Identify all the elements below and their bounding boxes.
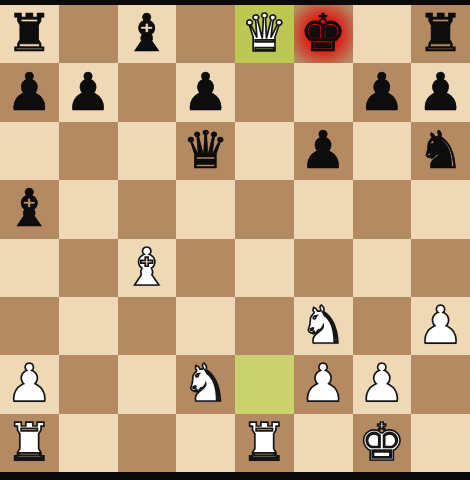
square-e2[interactable] — [235, 355, 294, 413]
square-h2[interactable] — [411, 355, 470, 413]
piece-black-pawn[interactable]: ♟ — [182, 66, 229, 118]
square-b7[interactable]: ♟ — [59, 63, 118, 121]
square-g7[interactable]: ♟ — [353, 63, 412, 121]
square-c7[interactable] — [118, 63, 177, 121]
square-c2[interactable] — [118, 355, 177, 413]
square-h4[interactable] — [411, 239, 470, 297]
square-h7[interactable]: ♟ — [411, 63, 470, 121]
square-b3[interactable] — [59, 297, 118, 355]
piece-black-pawn[interactable]: ♟ — [300, 124, 347, 176]
square-b2[interactable] — [59, 355, 118, 413]
piece-black-knight[interactable]: ♞ — [417, 124, 464, 176]
square-f2[interactable]: ♟ — [294, 355, 353, 413]
square-d1[interactable] — [176, 414, 235, 472]
square-b5[interactable] — [59, 180, 118, 238]
square-h6[interactable]: ♞ — [411, 122, 470, 180]
square-d3[interactable] — [176, 297, 235, 355]
square-d6[interactable]: ♛ — [176, 122, 235, 180]
piece-black-bishop[interactable]: ♝ — [124, 7, 171, 59]
piece-black-pawn[interactable]: ♟ — [65, 66, 112, 118]
square-d2[interactable]: ♞ — [176, 355, 235, 413]
square-f1[interactable] — [294, 414, 353, 472]
square-h3[interactable]: ♟ — [411, 297, 470, 355]
square-e3[interactable] — [235, 297, 294, 355]
square-g2[interactable]: ♟ — [353, 355, 412, 413]
piece-black-rook[interactable]: ♜ — [417, 7, 464, 59]
square-f7[interactable] — [294, 63, 353, 121]
square-c5[interactable] — [118, 180, 177, 238]
square-a3[interactable] — [0, 297, 59, 355]
square-g6[interactable] — [353, 122, 412, 180]
square-c8[interactable]: ♝ — [118, 5, 177, 63]
square-a2[interactable]: ♟ — [0, 355, 59, 413]
square-h8[interactable]: ♜ — [411, 5, 470, 63]
piece-white-knight[interactable]: ♞ — [300, 299, 347, 351]
piece-white-knight[interactable]: ♞ — [182, 357, 229, 409]
piece-white-pawn[interactable]: ♟ — [6, 357, 53, 409]
square-a6[interactable] — [0, 122, 59, 180]
piece-white-queen[interactable]: ♛ — [241, 7, 288, 59]
square-a4[interactable] — [0, 239, 59, 297]
square-e8[interactable]: ♛ — [235, 5, 294, 63]
square-g1[interactable]: ♚ — [353, 414, 412, 472]
piece-white-pawn[interactable]: ♟ — [359, 357, 406, 409]
square-h1[interactable] — [411, 414, 470, 472]
square-d4[interactable] — [176, 239, 235, 297]
square-d7[interactable]: ♟ — [176, 63, 235, 121]
square-e1[interactable]: ♜ — [235, 414, 294, 472]
square-a7[interactable]: ♟ — [0, 63, 59, 121]
piece-black-pawn[interactable]: ♟ — [417, 66, 464, 118]
square-a1[interactable]: ♜ — [0, 414, 59, 472]
square-e6[interactable] — [235, 122, 294, 180]
piece-white-pawn[interactable]: ♟ — [417, 299, 464, 351]
square-f5[interactable] — [294, 180, 353, 238]
bottom-bar — [0, 472, 470, 480]
square-c6[interactable] — [118, 122, 177, 180]
square-e5[interactable] — [235, 180, 294, 238]
piece-black-queen[interactable]: ♛ — [182, 124, 229, 176]
piece-white-rook[interactable]: ♜ — [6, 416, 53, 468]
square-b1[interactable] — [59, 414, 118, 472]
square-c4[interactable]: ♝ — [118, 239, 177, 297]
square-f3[interactable]: ♞ — [294, 297, 353, 355]
square-d8[interactable] — [176, 5, 235, 63]
square-f6[interactable]: ♟ — [294, 122, 353, 180]
piece-black-bishop[interactable]: ♝ — [6, 182, 53, 234]
square-b6[interactable] — [59, 122, 118, 180]
piece-white-pawn[interactable]: ♟ — [300, 357, 347, 409]
square-g8[interactable] — [353, 5, 412, 63]
square-g4[interactable] — [353, 239, 412, 297]
square-d5[interactable] — [176, 180, 235, 238]
piece-black-king[interactable]: ♚ — [300, 7, 347, 59]
square-c3[interactable] — [118, 297, 177, 355]
piece-black-pawn[interactable]: ♟ — [6, 66, 53, 118]
square-a5[interactable]: ♝ — [0, 180, 59, 238]
square-e4[interactable] — [235, 239, 294, 297]
square-h5[interactable] — [411, 180, 470, 238]
square-a8[interactable]: ♜ — [0, 5, 59, 63]
square-e7[interactable] — [235, 63, 294, 121]
square-f4[interactable] — [294, 239, 353, 297]
square-b8[interactable] — [59, 5, 118, 63]
piece-black-rook[interactable]: ♜ — [6, 7, 53, 59]
square-b4[interactable] — [59, 239, 118, 297]
square-g3[interactable] — [353, 297, 412, 355]
chess-board: ♜♝♛♚♜♟♟♟♟♟♛♟♞♝♝♞♟♟♞♟♟♜♜♚ — [0, 5, 470, 472]
piece-white-king[interactable]: ♚ — [359, 416, 406, 468]
square-c1[interactable] — [118, 414, 177, 472]
square-g5[interactable] — [353, 180, 412, 238]
piece-white-bishop[interactable]: ♝ — [124, 241, 171, 293]
piece-white-rook[interactable]: ♜ — [241, 416, 288, 468]
piece-black-pawn[interactable]: ♟ — [359, 66, 406, 118]
square-f8[interactable]: ♚ — [294, 5, 353, 63]
